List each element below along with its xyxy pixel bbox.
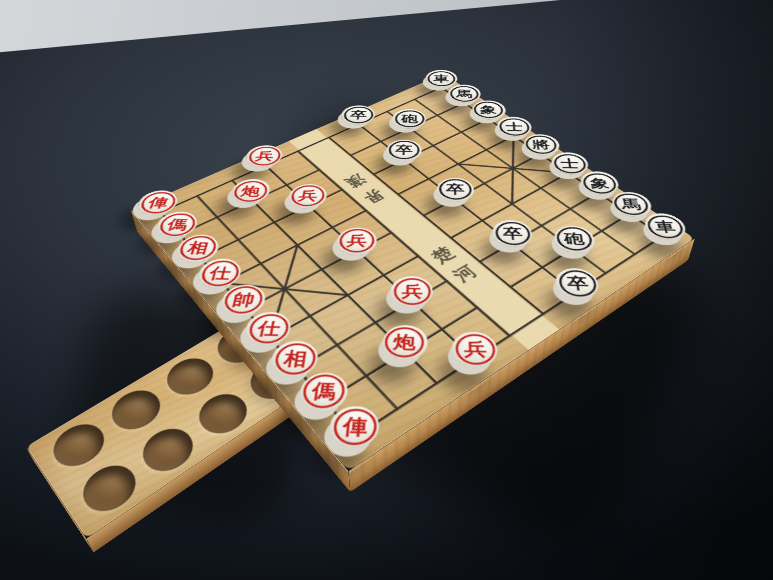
piece-character: 卒 [342, 106, 373, 123]
tray-hole-2-0 [104, 383, 169, 438]
piece-character: 車 [428, 71, 456, 86]
piece-character: 帥 [222, 286, 265, 314]
piece-character: 兵 [338, 229, 375, 253]
piece-character: 卒 [557, 270, 598, 297]
piece-character: 將 [525, 135, 558, 154]
stage-3d: 漢界楚河 車馬象士將士象馬車砲砲卒卒卒卒卒兵兵兵兵炮炮兵俥傌相仕帥仕相傌俥 [0, 0, 773, 580]
piece-character: 卒 [439, 179, 472, 200]
scene: 漢界楚河 車馬象士將士象馬車砲砲卒卒卒卒卒兵兵兵兵炮炮兵俥傌相仕帥仕相傌俥 [0, 0, 773, 580]
piece-character: 兵 [393, 278, 431, 306]
piece-character: 卒 [388, 141, 420, 160]
piece-character: 砲 [394, 110, 424, 127]
piece-character: 炮 [232, 181, 270, 202]
piece-character: 象 [474, 101, 504, 118]
piece-character: 兵 [455, 334, 495, 365]
piece-character: 俥 [332, 408, 378, 445]
piece-character: 兵 [246, 146, 281, 165]
piece-character: 炮 [385, 327, 425, 358]
piece-character: 傌 [301, 374, 346, 409]
piece-character: 士 [553, 154, 588, 174]
piece-character: 兵 [290, 185, 326, 207]
piece-character: 馬 [613, 193, 652, 215]
piece-character: 仕 [246, 314, 290, 344]
tray-hole-1-0 [159, 351, 222, 402]
piece-character: 象 [582, 173, 619, 194]
piece-character: 士 [499, 118, 530, 136]
piece-character: 馬 [450, 86, 479, 102]
tray-hole-3-0 [45, 416, 112, 475]
piece-character: 卒 [495, 222, 531, 246]
piece-character: 相 [273, 343, 318, 375]
piece-character: 砲 [555, 227, 594, 251]
